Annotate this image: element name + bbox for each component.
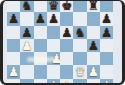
piece-white-pawn[interactable]: ♟	[47, 79, 60, 83]
square-c6[interactable]	[34, 26, 47, 39]
piece-black-pawn[interactable]: ♟	[100, 12, 113, 25]
piece-black-pawn[interactable]: ♟	[20, 26, 33, 39]
square-g7[interactable]	[87, 12, 100, 25]
motion-blur-streak	[27, 57, 56, 62]
square-h2[interactable]: ♟	[100, 79, 113, 83]
square-f7[interactable]	[73, 12, 86, 25]
piece-white-pawn[interactable]: ♟	[20, 39, 33, 52]
square-g5[interactable]: ♟	[87, 39, 100, 52]
piece-black-pawn[interactable]: ♟	[47, 12, 60, 25]
square-g8[interactable]: ♜	[87, 1, 100, 12]
square-b7[interactable]	[20, 12, 33, 25]
square-e5[interactable]	[60, 39, 73, 52]
square-g6[interactable]	[87, 26, 100, 39]
square-a5[interactable]	[7, 39, 20, 52]
square-a3[interactable]: ♟	[7, 65, 20, 78]
square-d6[interactable]	[47, 26, 60, 39]
square-c2[interactable]	[34, 79, 47, 83]
square-a4[interactable]	[7, 52, 20, 65]
square-d7[interactable]: ♟	[47, 12, 60, 25]
square-d3[interactable]	[47, 65, 60, 78]
square-a2[interactable]	[7, 79, 20, 83]
square-c7[interactable]: ♟	[34, 12, 47, 25]
piece-black-pawn[interactable]: ♟	[60, 26, 73, 39]
square-b8[interactable]: ♞	[20, 1, 33, 12]
square-f8[interactable]	[73, 1, 86, 12]
square-e4[interactable]	[60, 52, 73, 65]
piece-black-knight[interactable]: ♞	[20, 1, 33, 12]
square-f3[interactable]: ♛	[73, 65, 86, 78]
square-c5[interactable]	[34, 39, 47, 52]
piece-black-pawn[interactable]: ♟	[100, 26, 113, 39]
square-a6[interactable]	[7, 26, 20, 39]
piece-black-pawn[interactable]: ♟	[7, 12, 20, 25]
square-g2[interactable]	[87, 79, 100, 83]
board-viewport: ♞♛♚♜♟♟♟♟♟♟♞♟♟♟♟♟♛♟♟♟♟	[3, 1, 122, 83]
square-c3[interactable]	[34, 65, 47, 78]
square-e7[interactable]	[60, 12, 73, 25]
piece-black-king[interactable]: ♚	[60, 1, 73, 12]
square-b3[interactable]	[20, 65, 33, 78]
square-d2[interactable]: ♟	[47, 79, 60, 83]
chess-board-thumbnail[interactable]: ♞♛♚♜♟♟♟♟♟♟♞♟♟♟♟♟♛♟♟♟♟	[0, 0, 125, 85]
square-a7[interactable]: ♟	[7, 12, 20, 25]
square-h7[interactable]: ♟	[100, 12, 113, 25]
square-f4[interactable]	[73, 52, 86, 65]
square-h3[interactable]	[100, 65, 113, 78]
piece-white-pawn[interactable]: ♟	[60, 79, 73, 83]
square-b6[interactable]: ♟	[20, 26, 33, 39]
piece-white-pawn[interactable]: ♟	[7, 65, 20, 78]
square-b2[interactable]	[20, 79, 33, 83]
square-e8[interactable]: ♚	[60, 1, 73, 12]
square-e3[interactable]	[60, 65, 73, 78]
piece-black-pawn[interactable]: ♟	[34, 12, 47, 25]
piece-black-pawn[interactable]: ♟	[87, 39, 100, 52]
square-f5[interactable]	[73, 39, 86, 52]
piece-black-rook[interactable]: ♜	[87, 1, 100, 12]
square-h4[interactable]	[100, 52, 113, 65]
piece-white-pawn[interactable]: ♟	[87, 65, 100, 78]
square-b5[interactable]: ♟	[20, 39, 33, 52]
piece-white-pawn[interactable]: ♟	[100, 79, 113, 83]
square-h6[interactable]: ♟	[100, 26, 113, 39]
piece-black-knight[interactable]: ♞	[73, 26, 86, 39]
square-f2[interactable]	[73, 79, 86, 83]
square-g4[interactable]	[87, 52, 100, 65]
chess-board: ♞♛♚♜♟♟♟♟♟♟♞♟♟♟♟♟♛♟♟♟♟	[7, 1, 113, 83]
square-e6[interactable]: ♟	[60, 26, 73, 39]
square-f6[interactable]: ♞	[73, 26, 86, 39]
square-d5[interactable]	[47, 39, 60, 52]
square-e2[interactable]: ♟	[60, 79, 73, 83]
square-h5[interactable]	[100, 39, 113, 52]
piece-white-queen[interactable]: ♛	[73, 65, 86, 78]
square-g3[interactable]: ♟	[87, 65, 100, 78]
